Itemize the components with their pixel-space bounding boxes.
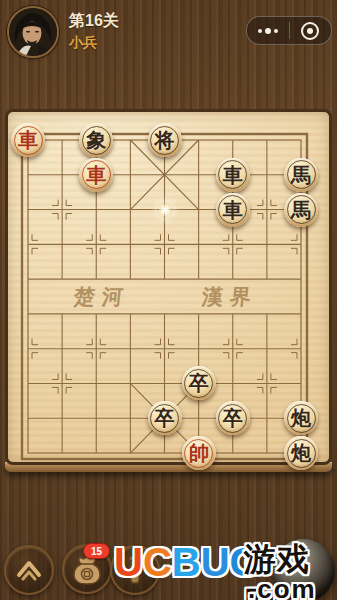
piece-black-horse[interactable]: 馬 <box>284 193 318 227</box>
piece-black-soldier[interactable]: 卒 <box>182 366 216 400</box>
piece-black-soldier[interactable]: 卒 <box>148 401 182 435</box>
piece-black-soldier[interactable]: 卒 <box>216 401 250 435</box>
more-button[interactable] <box>247 17 289 44</box>
board-edge <box>5 462 332 472</box>
player-avatar[interactable] <box>7 6 59 58</box>
three-dots-icon <box>258 28 278 34</box>
piece-black-general[interactable]: 将 <box>148 123 182 157</box>
avatar-portrait-icon <box>9 8 57 56</box>
piece-glyph: 車 <box>86 158 106 192</box>
piece-black-elephant[interactable]: 象 <box>79 123 113 157</box>
watermark-letter: U <box>201 540 230 584</box>
coins-badge: 15 <box>83 543 110 559</box>
xiangqi-board[interactable]: 楚河 漢界 車象将車車馬車馬卒卒卒炮帥炮 <box>8 112 329 462</box>
wechat-capsule <box>246 16 332 45</box>
dark-orb <box>272 539 335 600</box>
piece-red-general[interactable]: 帥 <box>182 436 216 470</box>
piece-glyph: 将 <box>155 123 175 157</box>
piece-glyph: 炮 <box>291 436 311 470</box>
piece-glyph: 象 <box>86 123 106 157</box>
piece-glyph: 車 <box>18 123 38 157</box>
piece-red-chariot[interactable]: 車 <box>79 158 113 192</box>
scroll-icon <box>112 547 158 593</box>
close-button[interactable] <box>290 17 332 44</box>
piece-glyph: 卒 <box>155 401 175 435</box>
piece-black-chariot[interactable]: 車 <box>216 193 250 227</box>
sparkle-effect <box>157 202 173 218</box>
piece-glyph: 車 <box>223 158 243 192</box>
piece-glyph: 卒 <box>189 366 209 400</box>
piece-glyph: 帥 <box>189 436 209 470</box>
expand-button[interactable] <box>4 545 54 595</box>
piece-glyph: 炮 <box>291 401 311 435</box>
player-name: 小兵 <box>69 34 97 52</box>
circle-dot-icon <box>301 22 319 40</box>
app-screen: 第16关 小兵 楚河 漢界 車象将車車馬車馬卒卒卒炮帥炮 15 <box>0 0 337 600</box>
piece-glyph: 卒 <box>223 401 243 435</box>
river-label-left: 楚河 <box>61 283 144 311</box>
piece-glyph: 馬 <box>291 158 311 192</box>
river-label-right: 漢界 <box>189 283 272 311</box>
watermark-letter: G <box>230 540 261 584</box>
piece-red-chariot[interactable]: 車 <box>11 123 45 157</box>
piece-black-cannon[interactable]: 炮 <box>284 401 318 435</box>
piece-black-chariot[interactable]: 車 <box>216 158 250 192</box>
level-title: 第16关 <box>69 11 119 32</box>
watermark-letter: B <box>172 540 201 584</box>
piece-black-cannon[interactable]: 炮 <box>284 436 318 470</box>
piece-glyph: 車 <box>223 193 243 227</box>
piece-glyph: 馬 <box>291 193 311 227</box>
chevron-up-icon <box>6 547 52 593</box>
item-button[interactable] <box>110 545 160 595</box>
piece-black-horse[interactable]: 馬 <box>284 158 318 192</box>
